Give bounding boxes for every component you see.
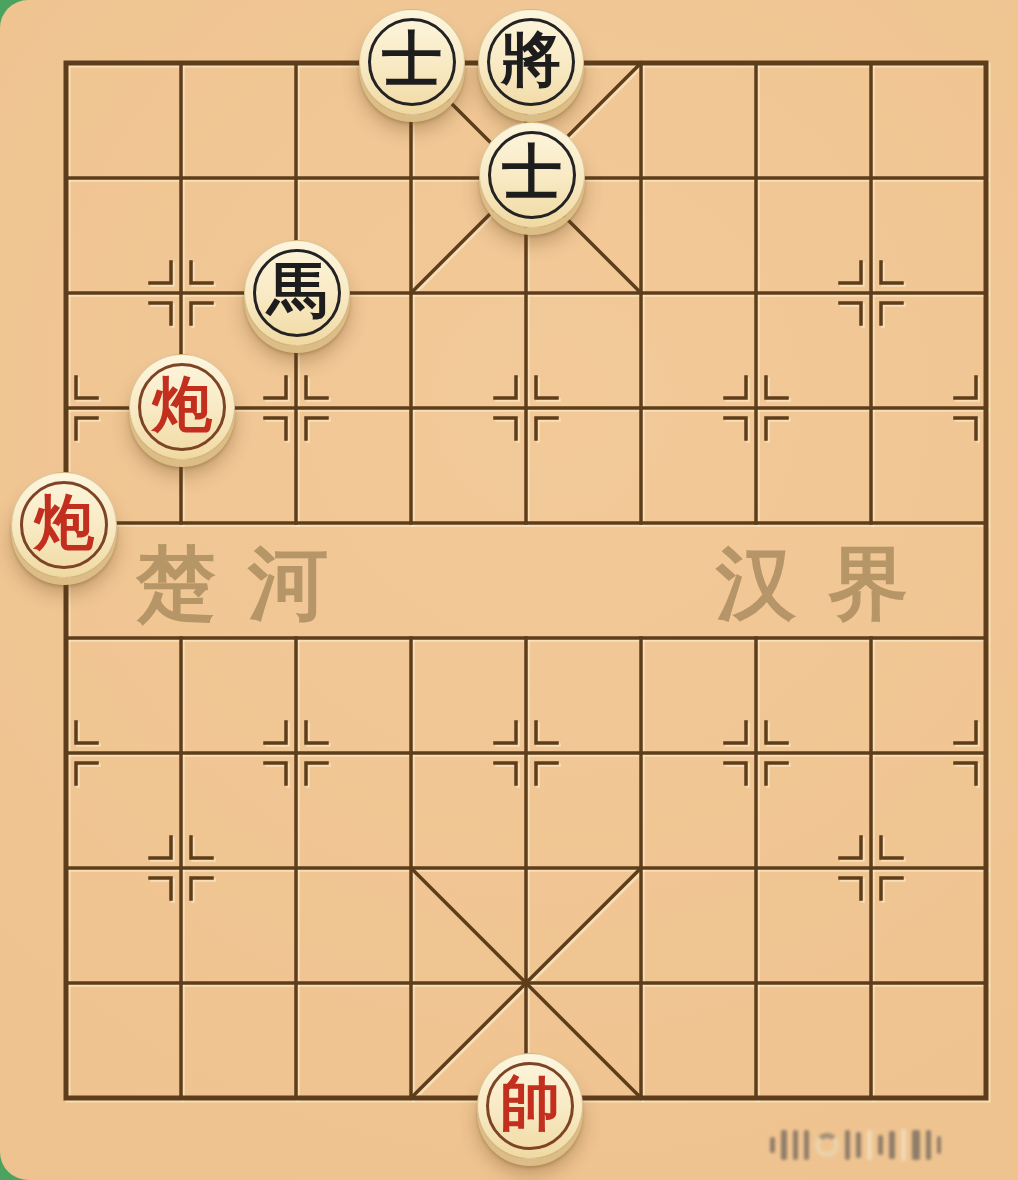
red-cannon-glyph: 炮 (130, 355, 234, 459)
black-general-piece[interactable]: 將 (478, 9, 584, 115)
red-cannon-piece-1[interactable]: 炮 (129, 354, 235, 460)
black-advisor-piece-1[interactable]: 士 (359, 9, 465, 115)
xiangqi-app-screen: { "colors": { "bg": "#4ba35f", "panel": … (0, 0, 1018, 1180)
xiangqi-board[interactable]: 楚河 汉界 士將士馬炮炮帥 (66, 63, 986, 1098)
red-cannon-piece-2[interactable]: 炮 (11, 472, 117, 578)
black-horse-piece[interactable]: 馬 (244, 240, 350, 346)
red-cannon-glyph: 炮 (12, 473, 116, 577)
red-general-glyph: 帥 (478, 1054, 582, 1158)
black-horse-glyph: 馬 (245, 241, 349, 345)
red-general-piece[interactable]: 帥 (477, 1053, 583, 1159)
black-advisor-glyph: 士 (360, 10, 464, 114)
black-advisor-piece-2[interactable]: 士 (479, 122, 585, 228)
black-advisor-glyph: 士 (480, 123, 584, 227)
black-general-glyph: 將 (479, 10, 583, 114)
